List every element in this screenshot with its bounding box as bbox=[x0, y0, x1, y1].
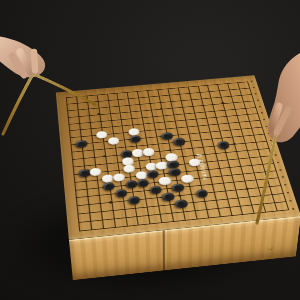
golden-cord-left-tip-braid bbox=[33, 74, 96, 105]
golden-cord-right-braid bbox=[257, 129, 277, 223]
hands-and-cords-overlay bbox=[0, 0, 300, 300]
left-thumb bbox=[34, 52, 35, 70]
golden-cord-left-braid bbox=[3, 74, 33, 134]
photo-scene: ●●●●●●●●●●●●●●●●●●●●●●●●●●●●●●●●●●●●● nu… bbox=[0, 0, 300, 300]
